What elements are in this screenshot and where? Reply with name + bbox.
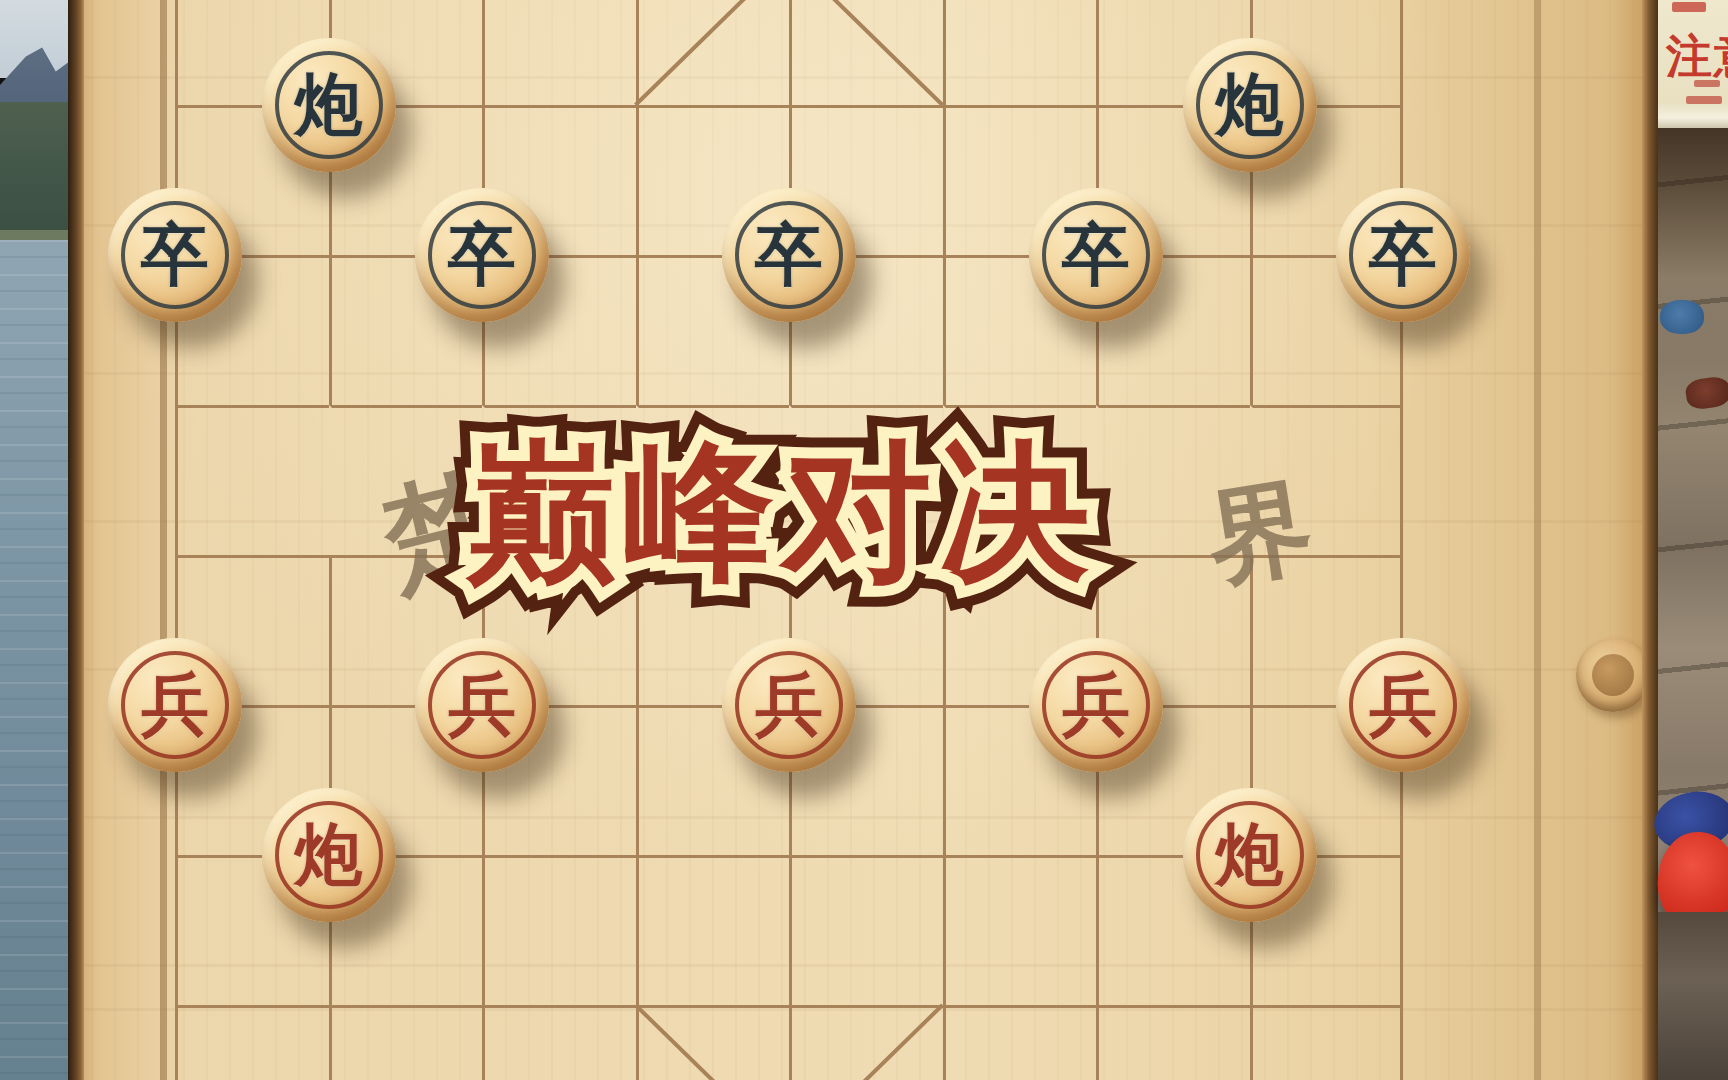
rock-base-shadow	[1658, 912, 1728, 1080]
blue-object	[1660, 300, 1704, 334]
background-rockwall-photo: 注意	[1658, 0, 1728, 1080]
board-cell	[1096, 1005, 1250, 1080]
piece-red-soldier[interactable]: 兵	[1336, 638, 1470, 772]
board-cell	[789, 0, 943, 105]
board-inner-border-right	[1534, 0, 1541, 1080]
xiangqi-app-screenshot: 楚 界 炮炮卒卒卒卒卒兵兵兵兵兵炮炮 巅峰对决 巅峰对决 巅峰对决 注意	[0, 0, 1728, 1080]
piece-red-soldier[interactable]: 兵	[108, 638, 242, 772]
board-cell	[482, 1005, 636, 1080]
piece-character: 炮	[262, 38, 396, 172]
piece-black-soldier[interactable]: 卒	[415, 188, 549, 322]
piece-character: 炮	[1183, 788, 1317, 922]
board-cell	[943, 855, 1097, 1005]
piece-black-cannon[interactable]: 炮	[1183, 38, 1317, 172]
piece-character: 兵	[415, 638, 549, 772]
board-right-edge	[1642, 0, 1658, 1080]
piece-black-soldier[interactable]: 卒	[722, 188, 856, 322]
sign-small-text-line	[1694, 80, 1720, 87]
piece-red-cannon[interactable]: 炮	[262, 788, 396, 922]
piece-character: 卒	[1029, 188, 1163, 322]
board-cell	[482, 855, 636, 1005]
piece-character: 兵	[108, 638, 242, 772]
river-label-jie: 界	[1198, 457, 1323, 612]
board-cell	[636, 855, 790, 1005]
piece-red-cannon[interactable]: 炮	[1183, 788, 1317, 922]
piece-red-soldier[interactable]: 兵	[722, 638, 856, 772]
board-cell	[175, 1005, 329, 1080]
piece-character: 炮	[1183, 38, 1317, 172]
board-left-edge	[68, 0, 84, 1080]
board-cell	[789, 1005, 943, 1080]
board-cell	[943, 0, 1097, 105]
board-cell	[1250, 1005, 1404, 1080]
warning-sign: 注意	[1658, 0, 1728, 128]
board-side-knob	[1576, 638, 1650, 712]
trees	[0, 102, 68, 237]
piece-character: 卒	[722, 188, 856, 322]
background-lake-photo	[0, 0, 68, 1080]
board-cell	[636, 1005, 790, 1080]
board-inner-border-left	[160, 0, 167, 1080]
piece-black-cannon[interactable]: 炮	[262, 38, 396, 172]
board-cell	[329, 1005, 483, 1080]
board-cell	[482, 0, 636, 105]
piece-red-soldier[interactable]: 兵	[415, 638, 549, 772]
piece-character: 兵	[722, 638, 856, 772]
piece-character: 炮	[262, 788, 396, 922]
piece-black-soldier[interactable]: 卒	[1336, 188, 1470, 322]
lake-water	[0, 240, 68, 1080]
sign-text: 注意	[1666, 26, 1728, 88]
board-cell	[943, 1005, 1097, 1080]
sign-small-text-line	[1686, 96, 1722, 104]
piece-character: 兵	[1029, 638, 1163, 772]
piece-character: 兵	[1336, 638, 1470, 772]
title-text: 巅峰对决	[466, 437, 1098, 587]
piece-black-soldier[interactable]: 卒	[1029, 188, 1163, 322]
piece-character: 卒	[1336, 188, 1470, 322]
board-cell	[789, 855, 943, 1005]
sign-top-mark	[1672, 2, 1706, 12]
piece-red-soldier[interactable]: 兵	[1029, 638, 1163, 772]
piece-character: 卒	[108, 188, 242, 322]
piece-black-soldier[interactable]: 卒	[108, 188, 242, 322]
board-cell	[636, 0, 790, 105]
piece-character: 卒	[415, 188, 549, 322]
board-cell	[175, 405, 329, 555]
